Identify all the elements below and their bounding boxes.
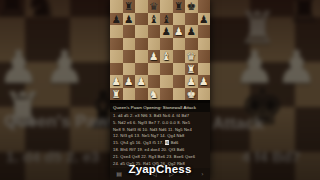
move-line[interactable]: Ne8 9. Ndf3 f6 10. Nd3 Nd6 11. Ng5 Ne4 xyxy=(110,127,210,134)
square-b4[interactable] xyxy=(123,50,136,63)
square-h3[interactable] xyxy=(198,63,211,76)
chess-board: ♜♛♜♚♟♟♝♝♟♟♟♟♟♝♛♜♟♟♟♟♟♜♞♚ xyxy=(110,0,210,100)
white-pawn[interactable]: ♟ xyxy=(124,75,133,88)
opening-name-label: Queen's Pawn Opening: Stonewall Attack xyxy=(110,105,196,110)
square-h8[interactable] xyxy=(198,0,211,13)
black-rook[interactable]: ♜ xyxy=(124,0,133,13)
square-d2[interactable] xyxy=(148,75,161,88)
square-f7[interactable] xyxy=(173,13,186,26)
square-a4[interactable] xyxy=(110,50,123,63)
square-g4[interactable]: ♛ xyxy=(185,50,198,63)
square-a8[interactable] xyxy=(110,0,123,13)
move-line[interactable]: 21. Qxe4 Qe8 22. Rg3 Be6 23. Bxe6 Qxe6 xyxy=(110,154,210,161)
square-c3[interactable] xyxy=(135,63,148,76)
square-h7[interactable]: ♟ xyxy=(198,13,211,26)
square-f4[interactable] xyxy=(173,50,186,63)
white-king[interactable]: ♚ xyxy=(187,88,196,101)
white-bishop[interactable]: ♝ xyxy=(162,50,171,63)
white-pawn[interactable]: ♟ xyxy=(199,75,208,88)
white-rook[interactable]: ♜ xyxy=(112,88,121,101)
square-a1[interactable]: ♜ xyxy=(110,88,123,101)
square-b6[interactable] xyxy=(123,25,136,38)
move-line[interactable]: 18. Bh6 Rf7 19. e4 dxe4 20. Qf3 Bd6 xyxy=(110,147,210,154)
square-f2[interactable] xyxy=(173,75,186,88)
square-h1[interactable] xyxy=(198,88,211,101)
square-g3[interactable]: ♜ xyxy=(185,63,198,76)
channel-name: ZyapChess xyxy=(0,163,320,175)
square-c7[interactable] xyxy=(135,13,148,26)
black-bishop[interactable]: ♝ xyxy=(162,13,171,26)
square-b1[interactable] xyxy=(123,88,136,101)
square-g6[interactable]: ♟ xyxy=(185,25,198,38)
square-a5[interactable] xyxy=(110,38,123,51)
square-d6[interactable] xyxy=(148,25,161,38)
move-line[interactable]: 12. Nf3 g6 13. Ne5 Ng7 14. Qg4 Nb8 xyxy=(110,133,210,140)
square-d1[interactable]: ♞ xyxy=(148,88,161,101)
move-text: 15. Qh4 g5 16. Qg3 f5 17. xyxy=(113,140,165,145)
black-rook[interactable]: ♜ xyxy=(174,0,183,13)
white-pawn[interactable]: ♟ xyxy=(187,75,196,88)
square-b5[interactable] xyxy=(123,38,136,51)
square-g5[interactable] xyxy=(185,38,198,51)
white-rook[interactable]: ♜ xyxy=(187,63,196,76)
square-b2[interactable]: ♟ xyxy=(123,75,136,88)
square-b3[interactable] xyxy=(123,63,136,76)
square-a6[interactable] xyxy=(110,25,123,38)
move-text: Bd6 xyxy=(169,140,178,145)
square-d7[interactable]: ♝ xyxy=(148,13,161,26)
square-g8[interactable]: ♚ xyxy=(185,0,198,13)
square-e2[interactable] xyxy=(160,75,173,88)
black-pawn[interactable]: ♟ xyxy=(162,25,171,38)
white-queen[interactable]: ♛ xyxy=(187,50,196,63)
black-pawn[interactable]: ♟ xyxy=(199,13,208,26)
square-h6[interactable] xyxy=(198,25,211,38)
shorts-video-frame: ♜ ♞ ♜ ♟ ♟ ♜ ♜ ♟ ♟ ♝ ♚ Queen's Pawn Op At… xyxy=(0,0,320,180)
square-f6[interactable]: ♟ xyxy=(173,25,186,38)
square-c1[interactable] xyxy=(135,88,148,101)
square-c4[interactable] xyxy=(135,50,148,63)
square-c2[interactable]: ♟ xyxy=(135,75,148,88)
square-e7[interactable]: ♝ xyxy=(160,13,173,26)
square-e1[interactable] xyxy=(160,88,173,101)
square-d4[interactable]: ♟ xyxy=(148,50,161,63)
square-e6[interactable]: ♟ xyxy=(160,25,173,38)
square-g2[interactable]: ♟ xyxy=(185,75,198,88)
square-f3[interactable] xyxy=(173,63,186,76)
square-a2[interactable]: ♟ xyxy=(110,75,123,88)
square-c6[interactable] xyxy=(135,25,148,38)
move-line[interactable]: 1. d4 d5 2. e3 Nf6 3. Bd3 Nc6 4. f4 Bd7 xyxy=(110,113,210,120)
white-pawn[interactable]: ♟ xyxy=(149,50,158,63)
square-d3[interactable] xyxy=(148,63,161,76)
square-d5[interactable] xyxy=(148,38,161,51)
square-a7[interactable]: ♟ xyxy=(110,13,123,26)
chess-app-panel: ♜♛♜♚♟♟♝♝♟♟♟♟♟♝♛♜♟♟♟♟♟♜♞♚ Queen's Pawn Op… xyxy=(110,0,210,180)
black-pawn[interactable]: ♟ xyxy=(187,25,196,38)
square-f8[interactable]: ♜ xyxy=(173,0,186,13)
black-bishop[interactable]: ♝ xyxy=(149,13,158,26)
white-pawn[interactable]: ♟ xyxy=(174,25,183,38)
square-e4[interactable]: ♝ xyxy=(160,50,173,63)
square-a3[interactable] xyxy=(110,63,123,76)
move-line[interactable]: 5. Nd2 e6 6. Ngf3 Be7 7. 0-0 0-0 8. Ne5 xyxy=(110,120,210,127)
square-b7[interactable]: ♟ xyxy=(123,13,136,26)
square-b8[interactable]: ♜ xyxy=(123,0,136,13)
square-g7[interactable] xyxy=(185,13,198,26)
opening-name-bar: Queen's Pawn Opening: Stonewall Attack xyxy=(110,103,210,112)
square-d8[interactable]: ♛ xyxy=(148,0,161,13)
square-h2[interactable]: ♟ xyxy=(198,75,211,88)
square-f5[interactable] xyxy=(173,38,186,51)
square-e8[interactable] xyxy=(160,0,173,13)
move-line-highlighted[interactable]: 15. Qh4 g5 16. Qg3 f5 17. f6 Bd6 xyxy=(110,140,210,147)
black-pawn[interactable]: ♟ xyxy=(112,13,121,26)
white-pawn[interactable]: ♟ xyxy=(112,75,121,88)
square-c8[interactable] xyxy=(135,0,148,13)
white-pawn[interactable]: ♟ xyxy=(137,75,146,88)
black-pawn[interactable]: ♟ xyxy=(124,13,133,26)
move-list: 1. d4 d5 2. e3 Nf6 3. Bd3 Nc6 4. f4 Bd7 … xyxy=(110,112,210,169)
square-h4[interactable] xyxy=(198,50,211,63)
square-e3[interactable] xyxy=(160,63,173,76)
square-c5[interactable] xyxy=(135,38,148,51)
white-knight[interactable]: ♞ xyxy=(149,88,158,101)
square-g1[interactable]: ♚ xyxy=(185,88,198,101)
black-king[interactable]: ♚ xyxy=(187,0,196,13)
square-h5[interactable] xyxy=(198,38,211,51)
black-queen[interactable]: ♛ xyxy=(149,0,158,13)
square-e5[interactable] xyxy=(160,38,173,51)
square-f1[interactable] xyxy=(173,88,186,101)
